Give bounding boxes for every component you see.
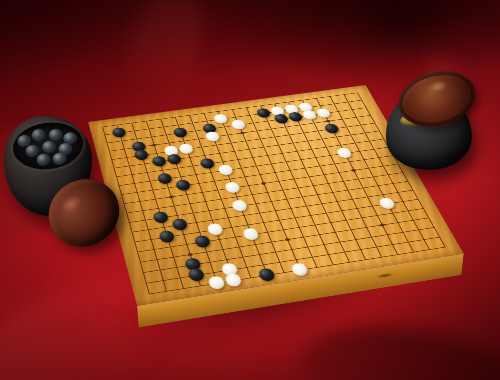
black-stone-q15 [323, 123, 340, 134]
white-stone-h10 [224, 181, 242, 193]
black-stone-c8 [152, 211, 170, 224]
star-point-k4 [285, 238, 291, 242]
black-stone-e14 [166, 153, 183, 165]
black-stone-m18 [255, 108, 272, 119]
black-stone-b18 [111, 127, 127, 138]
black-stone-in-bowl [52, 152, 67, 166]
white-stone-j18 [213, 113, 229, 124]
star-point-d10 [169, 195, 174, 198]
black-stone-d3 [184, 257, 203, 271]
white-stone-f15 [178, 143, 195, 155]
white-stone-k1 [290, 262, 310, 277]
lid-glossy-highlight [54, 189, 89, 219]
black-stone-e5 [193, 235, 211, 249]
white-stone-q12 [335, 147, 353, 159]
black-stone-d7 [171, 218, 189, 231]
white-stone-h12 [217, 164, 234, 176]
white-stone-h16 [204, 131, 221, 142]
white-stone-e1 [207, 275, 226, 290]
white-stone-q17 [315, 108, 332, 119]
white-stone-h5 [242, 227, 261, 241]
black-stone-h1 [257, 267, 276, 282]
white-stone-f6 [206, 222, 224, 235]
black-stone-e11 [175, 179, 192, 191]
star-point-d16 [152, 144, 157, 147]
white-stone-f1 [224, 273, 243, 288]
black-stone-o17 [287, 111, 304, 122]
white-stone-f2 [220, 262, 239, 277]
star-point-q16 [326, 120, 331, 123]
black-stone-c15 [133, 149, 149, 161]
white-stone-k17 [230, 119, 247, 130]
star-point-q10 [351, 169, 357, 172]
black-stone-in-bowl [36, 153, 51, 167]
black-stone-d2 [187, 267, 206, 282]
white-stone-h8 [231, 199, 249, 212]
lid-glossy-highlight [424, 76, 453, 96]
black-stone-g13 [199, 157, 216, 169]
black-stone-in-bowl [31, 128, 46, 142]
black-stone-d14 [151, 155, 168, 167]
black-stone-n17 [273, 113, 290, 124]
black-stone-in-bowl [41, 140, 56, 154]
star-point-d4 [187, 253, 193, 257]
black-stone-in-bowl [48, 128, 63, 142]
wood-knot [373, 271, 398, 281]
black-stone-c6 [158, 230, 176, 244]
velvet-fold-shadow [326, 0, 485, 74]
bowl-opening [10, 119, 85, 173]
go-photo-scene [0, 0, 500, 380]
star-point-q4 [379, 223, 385, 227]
white-stone-r6 [377, 197, 396, 210]
black-stone-d12 [156, 172, 173, 184]
star-point-k10 [261, 182, 267, 185]
star-point-k16 [240, 131, 245, 134]
black-stone-f17 [172, 127, 188, 138]
